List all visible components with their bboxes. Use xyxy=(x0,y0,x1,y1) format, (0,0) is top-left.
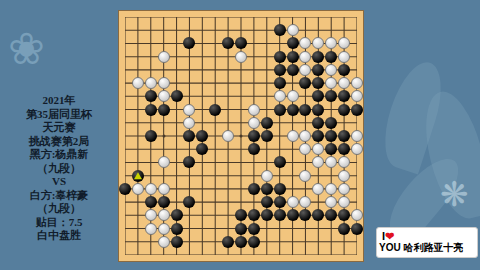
black-stone xyxy=(235,236,247,248)
caption-year: 2021年 xyxy=(2,94,116,108)
black-stone xyxy=(171,209,183,221)
black-stone xyxy=(274,209,286,221)
white-stone xyxy=(338,37,350,49)
black-stone xyxy=(183,156,195,168)
black-stone xyxy=(312,209,324,221)
white-stone xyxy=(351,130,363,142)
white-stone xyxy=(274,90,286,102)
white-stone xyxy=(248,117,260,129)
white-stone xyxy=(235,51,247,63)
white-stone xyxy=(158,77,170,89)
black-stone xyxy=(351,104,363,116)
white-stone xyxy=(312,183,324,195)
black-stone xyxy=(312,51,324,63)
black-stone xyxy=(287,104,299,116)
black-stone xyxy=(261,117,273,129)
black-stone xyxy=(261,209,273,221)
black-stone xyxy=(338,223,350,235)
watermark-box: I❤ YOU 哈利路亚十亮 xyxy=(376,227,478,258)
black-stone xyxy=(158,196,170,208)
black-stone xyxy=(274,183,286,195)
watermark-line2: YOU 哈利路亚十亮 xyxy=(379,242,475,254)
black-stone xyxy=(119,183,131,195)
black-stone xyxy=(196,143,208,155)
black-stone xyxy=(132,170,144,182)
black-stone xyxy=(248,209,260,221)
black-stone xyxy=(196,130,208,142)
white-stone xyxy=(158,156,170,168)
white-stone xyxy=(299,37,311,49)
caption-result: 白中盘胜 xyxy=(2,229,116,243)
black-stone xyxy=(287,209,299,221)
white-stone xyxy=(312,156,324,168)
black-stone xyxy=(248,183,260,195)
black-stone xyxy=(145,196,157,208)
black-stone xyxy=(299,77,311,89)
white-stone xyxy=(338,51,350,63)
black-stone xyxy=(338,209,350,221)
white-stone xyxy=(132,77,144,89)
hoshi-point xyxy=(162,135,165,138)
black-stone xyxy=(248,236,260,248)
white-stone xyxy=(351,209,363,221)
black-stone xyxy=(171,223,183,235)
white-stone xyxy=(338,170,350,182)
black-stone xyxy=(299,209,311,221)
black-stone xyxy=(312,64,324,76)
caption-white-player: 白方:辜梓豪 xyxy=(2,189,116,203)
white-stone xyxy=(145,77,157,89)
white-stone xyxy=(325,156,337,168)
black-stone xyxy=(209,104,221,116)
white-stone xyxy=(248,104,260,116)
watermark-line1: I❤ xyxy=(379,231,475,242)
white-stone xyxy=(325,64,337,76)
hoshi-point xyxy=(240,135,243,138)
last-move-marker-icon xyxy=(134,172,142,179)
heart-icon: ❤ xyxy=(385,230,394,242)
caption-round: 挑战赛第2局 xyxy=(2,135,116,149)
caption-vs: VS xyxy=(2,175,116,189)
white-stone xyxy=(351,77,363,89)
white-stone xyxy=(261,170,273,182)
black-stone xyxy=(325,117,337,129)
black-stone xyxy=(338,104,350,116)
black-stone xyxy=(248,143,260,155)
black-stone xyxy=(145,90,157,102)
black-stone xyxy=(351,223,363,235)
black-stone xyxy=(338,90,350,102)
black-stone xyxy=(325,209,337,221)
white-stone xyxy=(325,37,337,49)
caption-black-player: 黑方:杨鼎新 xyxy=(2,148,116,162)
black-stone xyxy=(235,223,247,235)
black-stone xyxy=(274,156,286,168)
black-stone xyxy=(287,51,299,63)
white-stone xyxy=(312,37,324,49)
caption-tournament: 天元赛 xyxy=(2,121,116,135)
white-stone xyxy=(325,196,337,208)
white-stone xyxy=(351,143,363,155)
white-stone xyxy=(287,90,299,102)
black-stone xyxy=(248,130,260,142)
white-stone xyxy=(299,143,311,155)
black-stone xyxy=(312,130,324,142)
white-stone xyxy=(158,183,170,195)
black-stone xyxy=(171,236,183,248)
white-stone xyxy=(299,170,311,182)
white-stone xyxy=(299,51,311,63)
black-stone xyxy=(312,77,324,89)
white-stone xyxy=(338,183,350,195)
black-stone xyxy=(235,209,247,221)
black-stone xyxy=(274,77,286,89)
black-stone xyxy=(274,196,286,208)
black-stone xyxy=(287,64,299,76)
white-stone xyxy=(299,64,311,76)
black-stone xyxy=(183,130,195,142)
black-stone xyxy=(261,130,273,142)
black-stone xyxy=(312,90,324,102)
black-stone xyxy=(183,37,195,49)
black-stone xyxy=(145,104,157,116)
white-stone xyxy=(145,209,157,221)
black-stone xyxy=(274,64,286,76)
white-stone xyxy=(338,196,350,208)
caption-panel: 2021年 第35届同里杯 天元赛 挑战赛第2局 黑方:杨鼎新 （九段） VS … xyxy=(2,94,116,243)
black-stone xyxy=(171,90,183,102)
white-stone xyxy=(299,130,311,142)
black-stone xyxy=(312,117,324,129)
white-stone xyxy=(158,223,170,235)
black-stone xyxy=(338,64,350,76)
black-stone xyxy=(248,223,260,235)
go-board[interactable] xyxy=(118,10,364,262)
white-stone xyxy=(183,104,195,116)
white-stone xyxy=(338,156,350,168)
black-stone xyxy=(312,104,324,116)
black-stone xyxy=(222,236,234,248)
white-stone xyxy=(183,117,195,129)
black-stone xyxy=(274,104,286,116)
black-stone xyxy=(183,196,195,208)
white-stone xyxy=(325,77,337,89)
black-stone xyxy=(274,24,286,36)
white-stone xyxy=(312,143,324,155)
black-stone xyxy=(338,143,350,155)
white-stone xyxy=(132,183,144,195)
caption-white-rank: （九段） xyxy=(2,202,116,216)
black-stone xyxy=(261,183,273,195)
caption-komi: 贴目：7.5 xyxy=(2,216,116,230)
white-stone xyxy=(158,236,170,248)
black-stone xyxy=(325,90,337,102)
screenshot-stage: ❀ ❋ 2021年 第35届同里杯 天元赛 挑战赛第2局 黑方:杨鼎新 （九段）… xyxy=(0,0,480,270)
black-stone xyxy=(325,51,337,63)
white-stone xyxy=(325,183,337,195)
black-stone xyxy=(325,130,337,142)
white-stone xyxy=(145,223,157,235)
black-stone xyxy=(158,104,170,116)
white-stone xyxy=(351,90,363,102)
decorative-flower-icon: ❀ xyxy=(8,28,45,72)
black-stone xyxy=(145,130,157,142)
black-stone xyxy=(338,130,350,142)
black-stone xyxy=(325,143,337,155)
decorative-flower-icon: ❋ xyxy=(440,178,469,212)
white-stone xyxy=(145,183,157,195)
black-stone xyxy=(235,37,247,49)
white-stone xyxy=(222,130,234,142)
white-stone xyxy=(287,24,299,36)
white-stone xyxy=(338,77,350,89)
black-stone xyxy=(299,104,311,116)
black-stone xyxy=(274,51,286,63)
white-stone xyxy=(158,209,170,221)
caption-black-rank: （九段） xyxy=(2,162,116,176)
black-stone xyxy=(222,37,234,49)
white-stone xyxy=(287,130,299,142)
black-stone xyxy=(261,196,273,208)
go-board-grid xyxy=(125,17,357,255)
black-stone xyxy=(287,37,299,49)
white-stone xyxy=(299,196,311,208)
caption-event: 第35届同里杯 xyxy=(2,108,116,122)
white-stone xyxy=(287,196,299,208)
white-stone xyxy=(158,51,170,63)
white-stone xyxy=(158,90,170,102)
